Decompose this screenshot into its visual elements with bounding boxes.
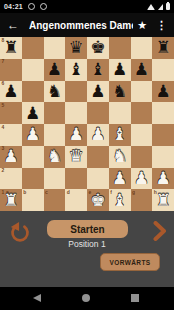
black-bishop[interactable]: ♝ <box>90 61 105 78</box>
white-pawn[interactable]: ♟ <box>25 126 40 143</box>
square-g1[interactable]: g <box>131 189 153 211</box>
black-bishop[interactable]: ♝ <box>69 61 84 78</box>
start-button[interactable]: Starten <box>47 220 128 238</box>
rank-label: 5 <box>2 103 5 108</box>
rank-label: 7 <box>2 59 5 64</box>
position-label: Position 1 <box>27 239 147 249</box>
square-e7[interactable]: ♝ <box>87 59 109 81</box>
square-f3[interactable]: ♞ <box>109 146 131 168</box>
square-e8[interactable]: ♚ <box>87 37 109 59</box>
square-f6[interactable]: ♞ <box>109 81 131 103</box>
square-d4[interactable]: ♟ <box>65 124 87 146</box>
square-d7[interactable]: ♝ <box>65 59 87 81</box>
square-a6[interactable]: 6♟ <box>0 81 22 103</box>
white-pawn[interactable]: ♟ <box>112 169 127 186</box>
white-bishop[interactable]: ♝ <box>112 191 127 208</box>
square-a1[interactable]: 1a♜ <box>0 189 22 211</box>
clock: 04:21 <box>4 3 23 10</box>
square-f7[interactable]: ♟ <box>109 59 131 81</box>
square-e5[interactable] <box>87 102 109 124</box>
square-g6[interactable] <box>131 81 153 103</box>
square-g4[interactable] <box>131 124 153 146</box>
square-b7[interactable] <box>22 59 44 81</box>
square-g7[interactable]: ♟ <box>131 59 153 81</box>
square-a7[interactable]: 7 <box>0 59 22 81</box>
square-c4[interactable] <box>44 124 66 146</box>
signal-icon <box>158 4 163 10</box>
square-h8[interactable]: ♜ <box>152 37 174 59</box>
white-pawn[interactable]: ♟ <box>69 126 84 143</box>
rank-label: 2 <box>2 168 5 173</box>
square-d2[interactable] <box>65 168 87 190</box>
white-king[interactable]: ♚ <box>90 191 105 208</box>
black-pawn[interactable]: ♟ <box>112 61 127 78</box>
square-f8[interactable] <box>109 37 131 59</box>
file-label: b <box>23 190 26 195</box>
black-pawn[interactable]: ♟ <box>25 104 40 121</box>
white-queen[interactable]: ♛ <box>69 148 84 165</box>
status-bar: 04:21 <box>0 0 174 13</box>
square-g5[interactable] <box>131 102 153 124</box>
white-knight[interactable]: ♞ <box>47 148 62 165</box>
square-d6[interactable] <box>65 81 87 103</box>
black-knight[interactable]: ♞ <box>47 82 62 99</box>
square-e4[interactable]: ♟ <box>87 124 109 146</box>
overflow-menu-icon[interactable]: ⋮ <box>154 20 169 31</box>
square-d8[interactable]: ♛ <box>65 37 87 59</box>
square-b1[interactable]: b <box>22 189 44 211</box>
square-h1[interactable]: h♜ <box>152 189 174 211</box>
square-b3[interactable] <box>22 146 44 168</box>
square-d5[interactable] <box>65 102 87 124</box>
square-f2[interactable]: ♟ <box>109 168 131 190</box>
nav-back-icon[interactable] <box>33 294 41 302</box>
black-pawn[interactable]: ♟ <box>156 82 171 99</box>
square-d3[interactable]: ♛ <box>65 146 87 168</box>
file-label: c <box>45 190 48 195</box>
square-h4[interactable] <box>152 124 174 146</box>
square-a2[interactable]: 2 <box>0 168 22 190</box>
rank-label: 4 <box>2 125 5 130</box>
square-g8[interactable] <box>131 37 153 59</box>
square-c5[interactable] <box>44 102 66 124</box>
white-bishop[interactable]: ♝ <box>112 126 127 143</box>
nav-recents-icon[interactable] <box>131 294 139 302</box>
square-b8[interactable] <box>22 37 44 59</box>
back-arrow-icon[interactable]: ← <box>5 19 21 31</box>
square-h3[interactable] <box>152 146 174 168</box>
forward-button[interactable]: VORWÄRTS <box>100 253 160 271</box>
chess-board[interactable]: 8♜♛♚♜7♟♝♝♟♟6♟♞♟♞♟5♟4♟♟♟♝3♟♞♛♞2♟♟♟1a♜bcde… <box>0 37 174 211</box>
square-b5[interactable]: ♟ <box>22 102 44 124</box>
file-label: g <box>132 190 135 195</box>
square-f1[interactable]: f♝ <box>109 189 131 211</box>
black-rook[interactable]: ♜ <box>3 39 18 56</box>
white-pawn[interactable]: ♟ <box>90 126 105 143</box>
square-b2[interactable] <box>22 168 44 190</box>
square-f5[interactable] <box>109 102 131 124</box>
square-a5[interactable]: 5 <box>0 102 22 124</box>
white-pawn[interactable]: ♟ <box>156 169 171 186</box>
square-b4[interactable]: ♟ <box>22 124 44 146</box>
square-c1[interactable]: c <box>44 189 66 211</box>
square-h5[interactable] <box>152 102 174 124</box>
favorite-star-icon[interactable]: ★ <box>137 20 147 31</box>
battery-icon <box>166 3 170 10</box>
status-icons <box>147 3 170 10</box>
square-c2[interactable] <box>44 168 66 190</box>
square-e2[interactable] <box>87 168 109 190</box>
file-label: d <box>67 190 70 195</box>
square-a3[interactable]: 3♟ <box>0 146 22 168</box>
notification-icon-1 <box>28 3 35 10</box>
white-pawn[interactable]: ♟ <box>134 169 149 186</box>
page-title: Angenommenes Dameng… <box>29 20 133 31</box>
white-rook[interactable]: ♜ <box>156 191 171 208</box>
white-knight[interactable]: ♞ <box>112 148 127 165</box>
square-c6[interactable]: ♞ <box>44 81 66 103</box>
phone-screen: 04:21 ← Angenommenes Dameng… ★ ⋮ 8♜♛♚♜7♟… <box>0 0 174 310</box>
black-rook[interactable]: ♜ <box>156 39 171 56</box>
square-h2[interactable]: ♟ <box>152 168 174 190</box>
black-king[interactable]: ♚ <box>90 39 105 56</box>
controls-panel: Starten Position 1 VORWÄRTS <box>0 211 174 287</box>
square-g3[interactable] <box>131 146 153 168</box>
square-d1[interactable]: d <box>65 189 87 211</box>
black-pawn[interactable]: ♟ <box>47 61 62 78</box>
square-a8[interactable]: 8♜ <box>0 37 22 59</box>
square-a4[interactable]: 4 <box>0 124 22 146</box>
square-h6[interactable]: ♟ <box>152 81 174 103</box>
black-knight[interactable]: ♞ <box>112 82 127 99</box>
white-pawn[interactable]: ♟ <box>3 148 18 165</box>
square-e6[interactable]: ♟ <box>87 81 109 103</box>
square-b6[interactable] <box>22 81 44 103</box>
notification-icon-2 <box>40 3 47 10</box>
black-pawn[interactable]: ♟ <box>3 82 18 99</box>
android-nav-bar <box>0 287 174 310</box>
white-rook[interactable]: ♜ <box>3 191 18 208</box>
square-c3[interactable]: ♞ <box>44 146 66 168</box>
app-bar: ← Angenommenes Dameng… ★ ⋮ <box>0 13 174 37</box>
next-chevron-icon[interactable] <box>153 221 167 241</box>
wifi-icon <box>147 4 155 10</box>
nav-home-icon[interactable] <box>82 294 90 302</box>
square-f4[interactable]: ♝ <box>109 124 131 146</box>
black-pawn[interactable]: ♟ <box>90 82 105 99</box>
square-c8[interactable] <box>44 37 66 59</box>
square-g2[interactable]: ♟ <box>131 168 153 190</box>
black-pawn[interactable]: ♟ <box>134 61 149 78</box>
square-h7[interactable] <box>152 59 174 81</box>
square-c7[interactable]: ♟ <box>44 59 66 81</box>
square-e3[interactable] <box>87 146 109 168</box>
square-e1[interactable]: e♚ <box>87 189 109 211</box>
black-queen[interactable]: ♛ <box>69 39 84 56</box>
